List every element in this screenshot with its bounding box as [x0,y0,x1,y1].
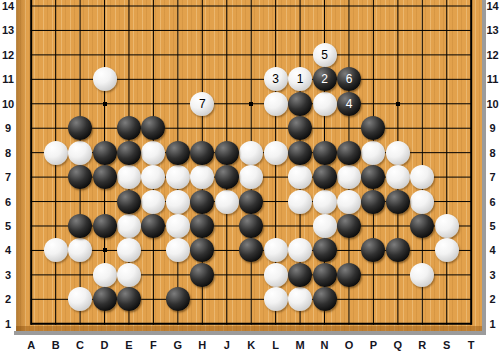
coordinate-label: S [437,338,457,352]
black-stone[interactable] [313,287,337,311]
white-stone[interactable] [239,141,263,165]
coordinate-label: E [119,338,139,352]
black-stone[interactable] [190,263,214,287]
white-stone[interactable] [215,190,239,214]
move-number: 1 [297,73,304,85]
white-stone[interactable]: 7 [190,92,214,116]
black-stone[interactable] [288,263,312,287]
coordinate-label: M [290,338,310,352]
coordinate-label: F [143,338,163,352]
black-stone[interactable] [166,287,190,311]
coordinate-label: 13 [0,23,16,37]
white-stone[interactable] [264,92,288,116]
board-shadow-bottom [14,331,486,335]
white-stone[interactable] [337,190,361,214]
white-stone[interactable] [166,190,190,214]
coordinate-label: 1 [0,317,16,331]
white-stone[interactable] [44,238,68,262]
coordinate-label: 4 [485,243,500,257]
coordinate-label: D [95,338,115,352]
black-stone[interactable] [239,214,263,238]
coordinate-label: 2 [485,292,500,306]
black-stone[interactable] [361,190,385,214]
go-board-screenshot: 3157264 1413121110987654321 141312111098… [0,0,500,356]
white-stone[interactable] [361,141,385,165]
black-stone[interactable]: 2 [313,67,337,91]
white-stone[interactable] [93,263,117,287]
coordinate-label: 6 [0,195,16,209]
white-stone[interactable] [264,287,288,311]
white-stone[interactable] [68,141,92,165]
coordinate-label: 3 [0,268,16,282]
black-stone[interactable] [239,190,263,214]
black-stone[interactable] [93,214,117,238]
white-stone[interactable] [117,263,141,287]
white-stone[interactable] [166,165,190,189]
black-stone[interactable] [166,141,190,165]
coordinate-label: 5 [0,219,16,233]
black-stone[interactable] [117,141,141,165]
coordinate-label: 10 [0,97,16,111]
white-stone[interactable] [337,165,361,189]
move-number: 6 [346,73,353,85]
coordinate-label: 9 [0,121,16,135]
coordinate-label: T [461,338,481,352]
black-stone[interactable] [313,238,337,262]
star-point [103,102,107,106]
star-point [396,102,400,106]
black-stone[interactable] [386,190,410,214]
coordinate-label: 3 [485,268,500,282]
white-stone[interactable] [264,238,288,262]
white-stone[interactable]: 3 [264,67,288,91]
coordinate-label: 1 [485,317,500,331]
coordinate-label: 14 [0,0,16,13]
black-stone[interactable] [68,214,92,238]
black-stone[interactable] [93,165,117,189]
coordinate-label: 12 [485,48,500,62]
black-stone[interactable] [93,141,117,165]
white-stone[interactable] [44,141,68,165]
coordinate-label: O [339,338,359,352]
coordinate-label: 8 [485,146,500,160]
move-number: 5 [321,49,328,61]
black-stone[interactable] [337,141,361,165]
white-stone[interactable] [141,141,165,165]
white-stone[interactable] [410,190,434,214]
coordinate-label: C [70,338,90,352]
coordinate-label: P [363,338,383,352]
coordinate-label: 5 [485,219,500,233]
black-stone[interactable] [215,141,239,165]
coordinate-label: 7 [0,170,16,184]
black-stone[interactable]: 4 [337,92,361,116]
white-stone[interactable] [264,141,288,165]
black-stone[interactable] [68,165,92,189]
coordinate-label: N [315,338,335,352]
coordinate-label: 11 [485,72,500,86]
black-stone[interactable] [337,263,361,287]
black-stone[interactable] [313,165,337,189]
white-stone[interactable] [386,165,410,189]
white-stone[interactable] [166,214,190,238]
black-stone[interactable] [337,214,361,238]
white-stone[interactable] [93,67,117,91]
coordinate-label: A [21,338,41,352]
coordinate-label: K [241,338,261,352]
black-stone[interactable] [288,141,312,165]
white-stone[interactable] [313,190,337,214]
star-point [249,102,253,106]
coordinate-label: 9 [485,121,500,135]
coordinate-label: H [192,338,212,352]
white-stone[interactable] [313,92,337,116]
move-number: 3 [272,73,279,85]
coordinate-label: R [412,338,432,352]
white-stone[interactable] [313,214,337,238]
coordinate-label: J [217,338,237,352]
black-stone[interactable] [313,141,337,165]
move-number: 7 [199,98,206,110]
black-stone[interactable] [313,263,337,287]
coordinate-label: 11 [0,72,16,86]
coordinate-label: 8 [0,146,16,160]
coordinate-label: 13 [485,23,500,37]
white-stone[interactable] [117,214,141,238]
white-stone[interactable] [264,263,288,287]
white-stone[interactable] [435,238,459,262]
black-stone[interactable] [288,92,312,116]
coordinate-label: L [266,338,286,352]
star-point [103,248,107,252]
coordinate-label: 14 [485,0,500,13]
black-stone[interactable] [93,287,117,311]
coordinate-label: G [168,338,188,352]
white-stone[interactable] [288,190,312,214]
black-stone[interactable] [190,190,214,214]
white-stone[interactable] [410,263,434,287]
white-stone[interactable] [435,214,459,238]
coordinate-label: Q [388,338,408,352]
coordinate-label: 10 [485,97,500,111]
move-number: 4 [346,98,353,110]
white-stone[interactable] [117,165,141,189]
coordinate-label: B [46,338,66,352]
black-stone[interactable] [190,141,214,165]
coordinate-label: 4 [0,243,16,257]
white-stone[interactable] [386,141,410,165]
white-stone[interactable] [141,190,165,214]
white-stone[interactable] [288,165,312,189]
coordinate-label: 2 [0,292,16,306]
black-stone[interactable] [215,165,239,189]
coordinate-label: 7 [485,170,500,184]
coordinate-label: 12 [0,48,16,62]
coordinate-label: 6 [485,195,500,209]
black-stone[interactable] [117,190,141,214]
white-stone[interactable]: 5 [313,43,337,67]
move-number: 2 [321,73,328,85]
